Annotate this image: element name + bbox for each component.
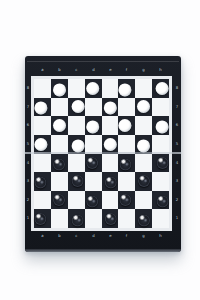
white-checker-piece[interactable] [137, 139, 150, 152]
square-e7[interactable] [102, 98, 119, 117]
file-labels-top: abcdefgh [34, 66, 169, 75]
coordinate-label: e [105, 234, 114, 239]
coordinate-label: f [122, 68, 131, 73]
square-h2[interactable] [152, 191, 169, 210]
black-checker-piece[interactable] [53, 194, 65, 206]
square-e3[interactable] [102, 172, 119, 191]
square-g2[interactable] [135, 191, 152, 210]
square-g7[interactable] [135, 98, 152, 117]
coordinate-label: 3 [26, 176, 29, 186]
square-a1[interactable] [34, 209, 51, 228]
coordinate-label: 7 [175, 102, 179, 112]
square-h6[interactable] [152, 116, 169, 135]
square-f7[interactable] [118, 98, 135, 117]
square-d5[interactable] [85, 135, 102, 154]
coordinate-label: d [88, 234, 97, 239]
coordinate-label: 7 [26, 102, 29, 112]
black-checker-piece[interactable] [86, 157, 98, 169]
square-g3[interactable] [135, 172, 152, 191]
square-b1[interactable] [51, 209, 68, 228]
board-fold-line [25, 152, 181, 154]
coordinate-label: f [122, 234, 131, 239]
square-a8[interactable] [34, 79, 51, 98]
black-checker-piece[interactable] [72, 214, 84, 226]
square-b7[interactable] [51, 98, 68, 117]
square-c5[interactable] [68, 135, 85, 154]
square-e6[interactable] [102, 116, 119, 135]
coordinate-label: 2 [175, 195, 179, 205]
square-h8[interactable] [152, 79, 169, 98]
square-h7[interactable] [152, 98, 169, 117]
square-d6[interactable] [85, 116, 102, 135]
white-checker-piece[interactable] [156, 120, 169, 133]
white-checker-piece[interactable] [53, 83, 66, 96]
square-c6[interactable] [68, 116, 85, 135]
coordinate-label: g [139, 234, 148, 239]
black-checker-piece[interactable] [138, 175, 150, 187]
square-f4[interactable] [118, 154, 135, 173]
white-checker-piece[interactable] [34, 102, 47, 115]
black-checker-piece[interactable] [86, 195, 98, 207]
white-checker-piece[interactable] [104, 102, 117, 115]
square-b2[interactable] [51, 191, 68, 210]
coordinate-label: h [156, 68, 165, 73]
black-checker-piece[interactable] [119, 158, 131, 170]
square-f2[interactable] [118, 191, 135, 210]
square-c4[interactable] [68, 154, 85, 173]
coordinate-label: 4 [26, 158, 29, 168]
coordinate-label: c [72, 234, 81, 239]
coordinate-label: 8 [26, 83, 29, 93]
square-b8[interactable] [51, 79, 68, 98]
square-h5[interactable] [152, 135, 169, 154]
square-f3[interactable] [118, 172, 135, 191]
coordinate-label: 8 [175, 83, 179, 93]
square-d8[interactable] [85, 79, 102, 98]
white-checker-piece[interactable] [104, 138, 117, 151]
file-labels-bottom: abcdefgh [34, 232, 169, 241]
coordinate-label: 6 [175, 120, 179, 130]
coordinate-label: 1 [175, 214, 179, 224]
coordinate-label: 6 [26, 120, 29, 130]
square-c8[interactable] [68, 79, 85, 98]
black-checker-piece[interactable] [105, 213, 117, 225]
coordinate-label: b [55, 234, 64, 239]
square-d2[interactable] [85, 191, 102, 210]
white-checker-piece[interactable] [119, 83, 132, 96]
square-c2[interactable] [68, 191, 85, 210]
black-checker-piece[interactable] [35, 177, 47, 189]
square-f8[interactable] [118, 79, 135, 98]
coordinate-label: e [105, 68, 114, 73]
square-d1[interactable] [85, 209, 102, 228]
square-b3[interactable] [51, 172, 68, 191]
white-checker-piece[interactable] [86, 120, 99, 133]
coordinate-label: 5 [175, 139, 179, 149]
white-checker-piece[interactable] [71, 139, 84, 152]
square-f5[interactable] [118, 135, 135, 154]
square-h3[interactable] [152, 172, 169, 191]
square-b6[interactable] [51, 116, 68, 135]
square-a6[interactable] [34, 116, 51, 135]
square-g4[interactable] [135, 154, 152, 173]
white-checker-piece[interactable] [53, 119, 66, 132]
square-g5[interactable] [135, 135, 152, 154]
coordinate-label: b [55, 68, 64, 73]
square-d3[interactable] [85, 172, 102, 191]
square-g6[interactable] [135, 116, 152, 135]
coordinate-label: 3 [175, 176, 179, 186]
square-f6[interactable] [118, 116, 135, 135]
square-b5[interactable] [51, 135, 68, 154]
coordinate-label: d [88, 68, 97, 73]
white-checker-piece[interactable] [34, 138, 47, 151]
square-g1[interactable] [135, 209, 152, 228]
white-checker-piece[interactable] [71, 100, 84, 113]
white-checker-piece[interactable] [86, 82, 99, 95]
square-c1[interactable] [68, 209, 85, 228]
square-b4[interactable] [51, 154, 68, 173]
coordinate-label: h [156, 234, 165, 239]
square-e8[interactable] [102, 79, 119, 98]
square-d4[interactable] [85, 154, 102, 173]
coordinate-label: 5 [26, 139, 29, 149]
coordinate-label: 4 [175, 158, 179, 168]
white-checker-piece[interactable] [156, 82, 169, 95]
square-a3[interactable] [34, 172, 51, 191]
black-checker-piece[interactable] [119, 194, 131, 206]
coordinate-label: 1 [26, 214, 29, 224]
square-a5[interactable] [34, 135, 51, 154]
square-a4[interactable] [34, 154, 51, 173]
black-checker-piece[interactable] [138, 214, 150, 226]
square-d7[interactable] [85, 98, 102, 117]
coordinate-label: a [38, 68, 47, 73]
square-e2[interactable] [102, 191, 119, 210]
checkers-board: abcdefgh abcdefgh 87654321 87654321 [25, 56, 181, 252]
square-c3[interactable] [68, 172, 85, 191]
black-checker-piece[interactable] [35, 213, 47, 225]
square-e4[interactable] [102, 154, 119, 173]
black-checker-piece[interactable] [156, 157, 168, 169]
white-checker-piece[interactable] [137, 100, 150, 113]
square-a2[interactable] [34, 191, 51, 210]
square-h1[interactable] [152, 209, 169, 228]
square-a7[interactable] [34, 98, 51, 117]
coordinate-label: c [72, 68, 81, 73]
black-checker-piece[interactable] [105, 177, 117, 189]
black-checker-piece[interactable] [53, 158, 65, 170]
square-e1[interactable] [102, 209, 119, 228]
square-c7[interactable] [68, 98, 85, 117]
coordinate-label: g [139, 68, 148, 73]
black-checker-piece[interactable] [156, 195, 168, 207]
square-f1[interactable] [118, 209, 135, 228]
coordinate-label: a [38, 234, 47, 239]
coordinate-label: 2 [26, 195, 29, 205]
square-e5[interactable] [102, 135, 119, 154]
square-h4[interactable] [152, 154, 169, 173]
white-checker-piece[interactable] [119, 119, 132, 132]
black-checker-piece[interactable] [72, 175, 84, 187]
square-g8[interactable] [135, 79, 152, 98]
